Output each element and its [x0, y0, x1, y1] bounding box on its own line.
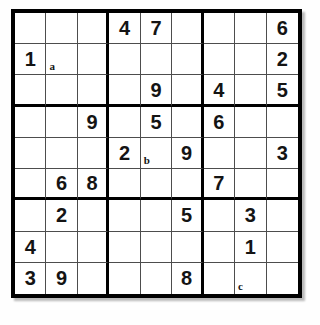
- cell-r8c3[interactable]: [78, 232, 109, 263]
- cell-r1c9[interactable]: 6: [267, 13, 298, 44]
- cell-r9c6[interactable]: 8: [172, 263, 203, 294]
- cell-r4c6[interactable]: [172, 107, 203, 138]
- cell-r7c6[interactable]: 5: [172, 200, 203, 231]
- given-digit: 9: [87, 112, 98, 132]
- cell-r6c8[interactable]: [235, 169, 266, 200]
- pencil-mark-b: b: [144, 155, 150, 166]
- cell-r6c7[interactable]: 7: [204, 169, 235, 200]
- cell-r2c7[interactable]: [204, 44, 235, 75]
- cell-r2c1[interactable]: 1: [15, 44, 46, 75]
- cell-r2c5[interactable]: [141, 44, 172, 75]
- given-digit: 4: [119, 18, 130, 38]
- cell-r7c3[interactable]: [78, 200, 109, 231]
- cell-r4c7[interactable]: 6: [204, 107, 235, 138]
- cell-r5c3[interactable]: [78, 138, 109, 169]
- cell-r5c2[interactable]: [46, 138, 77, 169]
- given-digit: 9: [150, 80, 161, 100]
- given-digit: 9: [56, 268, 67, 288]
- cell-r8c6[interactable]: [172, 232, 203, 263]
- given-digit: 2: [119, 143, 130, 163]
- cell-r5c5[interactable]: b: [141, 138, 172, 169]
- cell-r8c8[interactable]: 1: [235, 232, 266, 263]
- given-digit: 3: [277, 143, 288, 163]
- cell-r3c8[interactable]: [235, 75, 266, 106]
- cell-r3c9[interactable]: 5: [267, 75, 298, 106]
- given-digit: 2: [56, 205, 67, 225]
- cell-r6c3[interactable]: 8: [78, 169, 109, 200]
- cell-r9c8[interactable]: c: [235, 263, 266, 294]
- cell-r8c4[interactable]: [109, 232, 140, 263]
- cell-r3c6[interactable]: [172, 75, 203, 106]
- given-digit: 5: [150, 112, 161, 132]
- cell-r5c1[interactable]: [15, 138, 46, 169]
- cell-r7c9[interactable]: [267, 200, 298, 231]
- cell-r4c5[interactable]: 5: [141, 107, 172, 138]
- given-digit: 1: [245, 237, 256, 257]
- cell-r1c1[interactable]: [15, 13, 46, 44]
- given-digit: 5: [181, 205, 192, 225]
- cell-r8c2[interactable]: [46, 232, 77, 263]
- cell-r9c2[interactable]: 9: [46, 263, 77, 294]
- pencil-mark-a: a: [49, 61, 55, 72]
- cell-r2c4[interactable]: [109, 44, 140, 75]
- given-digit: 6: [213, 112, 224, 132]
- cell-r8c1[interactable]: 4: [15, 232, 46, 263]
- cell-r7c2[interactable]: 2: [46, 200, 77, 231]
- cell-r1c5[interactable]: 7: [141, 13, 172, 44]
- cell-r9c7[interactable]: [204, 263, 235, 294]
- cell-r7c1[interactable]: [15, 200, 46, 231]
- cell-r8c9[interactable]: [267, 232, 298, 263]
- given-digit: 6: [56, 173, 67, 193]
- cell-r1c3[interactable]: [78, 13, 109, 44]
- given-digit: 8: [87, 173, 98, 193]
- sudoku-board: 4761a29459562b9368725341398c: [11, 9, 302, 298]
- given-digit: 2: [277, 49, 288, 69]
- cell-r7c5[interactable]: [141, 200, 172, 231]
- cell-r4c1[interactable]: [15, 107, 46, 138]
- pencil-mark-c: c: [238, 281, 243, 292]
- given-digit: 1: [25, 49, 36, 69]
- cell-r9c9[interactable]: [267, 263, 298, 294]
- given-digit: 9: [181, 143, 192, 163]
- cell-r9c4[interactable]: [109, 263, 140, 294]
- given-digit: 6: [277, 18, 288, 38]
- given-digit: 4: [213, 80, 224, 100]
- given-digit: 5: [277, 80, 288, 100]
- cell-r5c6[interactable]: 9: [172, 138, 203, 169]
- cell-r4c3[interactable]: 9: [78, 107, 109, 138]
- given-digit: 4: [25, 237, 36, 257]
- cell-r8c7[interactable]: [204, 232, 235, 263]
- cell-r3c3[interactable]: [78, 75, 109, 106]
- cell-r2c3[interactable]: [78, 44, 109, 75]
- cell-r9c3[interactable]: [78, 263, 109, 294]
- cell-r5c9[interactable]: 3: [267, 138, 298, 169]
- cell-r3c2[interactable]: [46, 75, 77, 106]
- given-digit: 8: [181, 268, 192, 288]
- cell-r2c9[interactable]: 2: [267, 44, 298, 75]
- cell-r6c1[interactable]: [15, 169, 46, 200]
- cell-r3c4[interactable]: [109, 75, 140, 106]
- cell-r3c5[interactable]: 9: [141, 75, 172, 106]
- cell-r3c1[interactable]: [15, 75, 46, 106]
- cell-r9c5[interactable]: [141, 263, 172, 294]
- cell-r7c4[interactable]: [109, 200, 140, 231]
- cell-r6c6[interactable]: [172, 169, 203, 200]
- cell-r7c8[interactable]: 3: [235, 200, 266, 231]
- cell-r5c4[interactable]: 2: [109, 138, 140, 169]
- cell-r2c6[interactable]: [172, 44, 203, 75]
- cell-r7c7[interactable]: [204, 200, 235, 231]
- given-digit: 7: [213, 173, 224, 193]
- cell-r1c6[interactable]: [172, 13, 203, 44]
- cell-r1c2[interactable]: [46, 13, 77, 44]
- cell-r1c4[interactable]: 4: [109, 13, 140, 44]
- given-digit: 3: [245, 205, 256, 225]
- cell-r3c7[interactable]: 4: [204, 75, 235, 106]
- cell-r8c5[interactable]: [141, 232, 172, 263]
- cell-r2c2[interactable]: a: [46, 44, 77, 75]
- cell-r6c5[interactable]: [141, 169, 172, 200]
- cell-r4c2[interactable]: [46, 107, 77, 138]
- cell-r6c9[interactable]: [267, 169, 298, 200]
- cell-r4c4[interactable]: [109, 107, 140, 138]
- cell-r6c4[interactable]: [109, 169, 140, 200]
- cell-r5c7[interactable]: [204, 138, 235, 169]
- cell-r1c7[interactable]: [204, 13, 235, 44]
- cell-r5c8[interactable]: [235, 138, 266, 169]
- cell-r2c8[interactable]: [235, 44, 266, 75]
- given-digit: 7: [150, 18, 161, 38]
- cell-r4c8[interactable]: [235, 107, 266, 138]
- cell-r4c9[interactable]: [267, 107, 298, 138]
- cell-r1c8[interactable]: [235, 13, 266, 44]
- cell-r6c2[interactable]: 6: [46, 169, 77, 200]
- given-digit: 3: [25, 268, 36, 288]
- cell-r9c1[interactable]: 3: [15, 263, 46, 294]
